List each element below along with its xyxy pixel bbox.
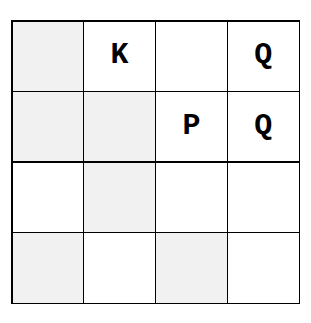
cell-r4c4 [228, 233, 298, 302]
cell-r2c4: Q [228, 92, 298, 161]
board-grid: KQPQ [11, 20, 300, 304]
cell-r3c2 [84, 163, 154, 232]
cell-r1c1 [13, 22, 83, 91]
cell-r1c2: K [84, 22, 154, 91]
cell-r2c3: P [156, 92, 226, 161]
cell-r4c1 [13, 233, 83, 302]
cell-r1c3 [156, 22, 226, 91]
cell-r3c4 [228, 163, 298, 232]
cell-r4c2 [84, 233, 154, 302]
cell-r2c2 [84, 92, 154, 161]
puzzle-canvas: KQPQ [0, 0, 311, 323]
piece-label: P [182, 111, 200, 141]
cell-r3c1 [13, 163, 83, 232]
cell-r4c3 [156, 233, 226, 302]
cell-r3c3 [156, 163, 226, 232]
piece-label: K [111, 40, 129, 70]
piece-label: Q [254, 40, 272, 70]
piece-label: Q [254, 111, 272, 141]
cell-r2c1 [13, 92, 83, 161]
cell-r1c4: Q [228, 22, 298, 91]
